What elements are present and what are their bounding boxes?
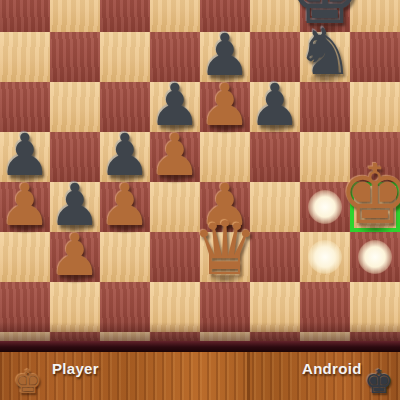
white-queen-glyph: ♛ bbox=[192, 214, 258, 282]
white-king-icon: ♚ bbox=[13, 365, 43, 398]
square-b8[interactable] bbox=[50, 0, 100, 32]
chess-app-screen: ♚♟♞♟♟♟♟♟♟♟♟♟♟♚♟♛ ♚ Player Android ♚ bbox=[0, 0, 400, 400]
legal-move-dot-g3[interactable] bbox=[308, 240, 342, 274]
android-label: Android bbox=[302, 360, 362, 377]
square-d8[interactable] bbox=[150, 0, 200, 32]
piece-white-pawn-c4[interactable]: ♟ bbox=[100, 182, 150, 232]
board-bottom-shadow bbox=[0, 322, 400, 341]
piece-white-king-h4[interactable]: ♚ bbox=[350, 182, 400, 232]
player-label: Player bbox=[52, 360, 99, 377]
white-pawn-glyph: ♟ bbox=[0, 179, 51, 232]
black-king-icon: ♚ bbox=[364, 365, 394, 398]
square-c3[interactable] bbox=[100, 232, 150, 282]
white-pawn-glyph: ♟ bbox=[199, 79, 251, 132]
square-f5[interactable] bbox=[250, 132, 300, 182]
square-a7[interactable] bbox=[0, 32, 50, 82]
board-squares: ♚♟♞♟♟♟♟♟♟♟♟♟♟♚♟♛ bbox=[0, 0, 400, 352]
square-h6[interactable] bbox=[350, 82, 400, 132]
piece-white-pawn-e6[interactable]: ♟ bbox=[200, 82, 250, 132]
square-a3[interactable] bbox=[0, 232, 50, 282]
square-b7[interactable] bbox=[50, 32, 100, 82]
square-a8[interactable] bbox=[0, 0, 50, 32]
piece-white-pawn-d5[interactable]: ♟ bbox=[150, 132, 200, 182]
board-frame-edge bbox=[0, 341, 400, 352]
status-bar: ♚ Player Android ♚ bbox=[0, 352, 400, 400]
square-g6[interactable] bbox=[300, 82, 350, 132]
black-knight-glyph: ♞ bbox=[296, 23, 353, 82]
chess-board[interactable]: ♚♟♞♟♟♟♟♟♟♟♟♟♟♚♟♛ bbox=[0, 0, 400, 352]
white-king-glyph: ♚ bbox=[338, 157, 400, 232]
white-pawn-glyph: ♟ bbox=[49, 229, 101, 282]
piece-white-pawn-b3[interactable]: ♟ bbox=[50, 232, 100, 282]
piece-black-pawn-f6[interactable]: ♟ bbox=[250, 82, 300, 132]
square-c8[interactable] bbox=[100, 0, 150, 32]
legal-move-dot-g4[interactable] bbox=[308, 190, 342, 224]
white-pawn-glyph: ♟ bbox=[99, 179, 151, 232]
piece-white-queen-e3[interactable]: ♛ bbox=[200, 232, 250, 282]
piece-white-pawn-a4[interactable]: ♟ bbox=[0, 182, 50, 232]
square-b6[interactable] bbox=[50, 82, 100, 132]
white-pawn-glyph: ♟ bbox=[149, 129, 201, 182]
black-pawn-glyph: ♟ bbox=[249, 79, 301, 132]
square-c7[interactable] bbox=[100, 32, 150, 82]
piece-black-knight-g7[interactable]: ♞ bbox=[300, 32, 350, 82]
legal-move-dot-h3[interactable] bbox=[358, 240, 392, 274]
